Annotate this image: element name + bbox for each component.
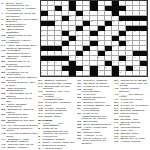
clue-item: 40. Olympics city of 1972: [114, 82, 149, 87]
clue-text: Hog's home: [120, 140, 141, 142]
clue-text: Part 2 of instructions on where to meet: [42, 127, 68, 134]
grid-cell: [119, 71, 126, 76]
across-clues-left-column: 1. Govt. arm mentioned by Eminem in 'Whi…: [1, 2, 38, 149]
bottom-clue-column-2: 10. Gallery display15. Of this century16…: [77, 79, 112, 149]
clue-text: Soccer match official: [6, 55, 31, 60]
clue-item: 4. It might be told at bedtime: [1, 12, 38, 17]
clue-text: Aftermath of a storm: [6, 92, 32, 97]
crossword-grid: [40, 0, 148, 77]
grid-cell: [83, 71, 90, 76]
clue-item: 22. Toyota sedan model: [1, 65, 38, 70]
bottom-clue-column-3: 39. Retired in 202140. Olympics city of …: [114, 79, 149, 149]
clue-text: Menial kitchen work: [6, 127, 32, 132]
down-section-header: DOWN: [38, 119, 75, 122]
clue-text: Letters on a Corvette: [6, 71, 28, 76]
grid-cell: [76, 71, 83, 76]
clue-text: Part 3 of instructions on where to meet: [82, 112, 107, 119]
grid-cell: [140, 71, 147, 76]
clue-text: Counting everything: [82, 107, 100, 112]
clue-text: It might be told at bedtime: [5, 12, 35, 17]
puzzle-page: 1234567891011121314151617181920212223242…: [0, 0, 150, 150]
clue-item: 65. 'Where do you work?': [38, 90, 75, 95]
clue-text: Courtroom figure, briefly: [6, 76, 38, 81]
clue-column-content: 10. Gallery display15. Of this century16…: [77, 79, 112, 144]
clue-text: Reception repast: [119, 112, 138, 117]
clue-text: Swim great Torres: [119, 121, 140, 126]
clue-item: 38. Snitched on the gang: [1, 119, 38, 124]
clue-item: 30. Tall golden statuettes: [1, 87, 38, 92]
grid-cell: [105, 71, 112, 76]
clue-text: Want ___ (classifieds): [43, 95, 64, 100]
grid-cell: [98, 71, 105, 76]
clue-item: 60. Swim great Torres: [114, 121, 149, 126]
grid-cell: [133, 71, 140, 76]
clue-text: 'The Second Sex' author Simone: [6, 44, 38, 49]
clue-item: 1. 'You ___ My Sunshine': [38, 122, 75, 127]
clue-text: Toyota sedan model: [6, 65, 31, 70]
clue-item: 17. Monthly apartment fee: [1, 49, 38, 54]
grid-cell: [55, 71, 62, 76]
clue-item: 75. Easy gait: [38, 115, 75, 117]
clue-text: 1978 Disney sci-fi film: [6, 81, 36, 86]
clue-item: 37. Cracked the window a bit: [1, 113, 38, 118]
clue-item: 43. Accomplished the goal: [1, 132, 38, 137]
clue-item: 28. 1978 Disney sci-fi film: [1, 81, 38, 86]
clue-item: 29. Counting everything: [77, 107, 112, 112]
clue-item: 34. Con artists' schemes: [1, 103, 38, 108]
clue-item: 21. Tempest in a teapot: [1, 60, 38, 65]
clue-text: Ring result, briefly: [119, 87, 140, 92]
clue-item: 13. Hidden Valley product: [1, 39, 38, 44]
clue-text: Easy victory, slangily: [6, 146, 29, 149]
clue-item: 23. Spin doctor's concern: [77, 96, 112, 101]
clue-item: 38. Real name of 'The Queen of Disco': [77, 137, 112, 144]
clue-text: 'So that's your little game!': [5, 18, 37, 23]
clue-column-content: 39. Retired in 202140. Olympics city of …: [114, 79, 149, 143]
clue-text: 'Where do you work?': [43, 90, 69, 95]
clue-text: '___ we there yet?': [119, 93, 144, 98]
clue-text: Snitched on the gang: [6, 119, 35, 124]
clue-column-content: 59. Either choice61. Defies the odds64. …: [38, 79, 75, 149]
clue-item: 1. Govt. arm mentioned by Eminem in 'Whi…: [1, 2, 38, 12]
clue-text: Spin doctor's concern: [82, 96, 105, 101]
clue-item: 57. Reception repast: [114, 112, 149, 117]
clue-item: 30. Part 3 of instructions on where to m…: [77, 112, 112, 119]
clue-item: 25. Letters on a Corvette: [1, 71, 38, 76]
clue-text: Classic Atari arcade game: [6, 137, 29, 142]
grid-cell: [62, 71, 69, 76]
clue-text: Smallest of the group: [43, 85, 70, 90]
clue-text: Hidden Valley product: [6, 39, 31, 44]
clue-item: 35. Smith or Jones, often: [1, 108, 38, 113]
clue-item: 11. Box score statistic: [1, 28, 38, 33]
clue-item: 33. Cut some text, say: [1, 97, 38, 102]
grid-cell: [41, 71, 48, 76]
clue-text: Competitive advantage: [5, 23, 26, 28]
clue-item: 12. Nintendo rival, once: [1, 33, 38, 38]
clue-text: Away from the wind: [82, 126, 108, 131]
clue-item: 44. Classic Atari arcade game: [1, 137, 38, 142]
clue-text: Tease relentlessly: [82, 88, 101, 93]
clue-text: Easy gait: [44, 115, 60, 117]
clue-text: Accomplished the goal: [6, 132, 38, 137]
clue-text: Cut some text, say: [6, 97, 33, 102]
clue-text: Real name of 'The Queen of Disco': [82, 137, 106, 144]
clue-item: 2. Part 2 of instructions on where to me…: [38, 127, 75, 134]
grid-cell-black: [69, 71, 76, 76]
clue-item: 20. Soccer match official: [1, 55, 38, 60]
clue-item: 67. Want ___ (classifieds): [38, 95, 75, 100]
clue-item: 32. Aftermath of a storm: [1, 92, 38, 97]
clue-item: 27. Courtroom figure, briefly: [1, 76, 38, 81]
clue-item: 18. Tease relentlessly: [77, 88, 112, 93]
clue-item: 45. Ring result, briefly: [114, 87, 149, 92]
clue-text: Nintendo rival, once: [6, 33, 32, 38]
clue-text: Tempest in a teapot: [6, 60, 29, 65]
clue-text: Box score statistic: [6, 28, 25, 33]
grid-cell-black: [90, 71, 97, 76]
clue-text: Smith or Jones, often: [6, 108, 35, 113]
clue-text: Con artists' schemes: [6, 103, 27, 108]
clue-item: 7. Competitive advantage: [1, 23, 38, 28]
clue-item: 71. Hog's home: [114, 140, 149, 142]
clue-item: 64. Smallest of the group: [38, 85, 75, 90]
clue-item: 42. Menial kitchen work: [1, 127, 38, 132]
clue-text: Govt. arm mentioned by Eminem in 'White …: [5, 2, 36, 12]
clue-text: Cracked the window a bit: [6, 113, 28, 118]
clue-text: Monthly apartment fee: [6, 49, 30, 54]
grid-cell: [126, 71, 133, 76]
clue-item: 46. Easy victory, slangily: [1, 146, 38, 149]
grid-cell: [48, 71, 55, 76]
clue-column-content: 1. Govt. arm mentioned by Eminem in 'Whi…: [1, 2, 38, 149]
clue-item: 14. 'The Second Sex' author Simone: [1, 44, 38, 49]
clue-item: 6. 'So that's your little game!': [1, 18, 38, 23]
grid-cell-black: [112, 71, 119, 76]
bottom-clue-column-1: 59. Either choice61. Defies the odds64. …: [38, 79, 75, 149]
clue-item: 47. '___ we there yet?': [114, 93, 149, 98]
clue-text: 'You ___ My Sunshine': [42, 122, 63, 127]
clue-text: Olympics city of 1972: [119, 82, 148, 87]
clue-item: 33. Away from the wind: [77, 126, 112, 131]
clue-text: Tall golden statuettes: [6, 87, 26, 92]
